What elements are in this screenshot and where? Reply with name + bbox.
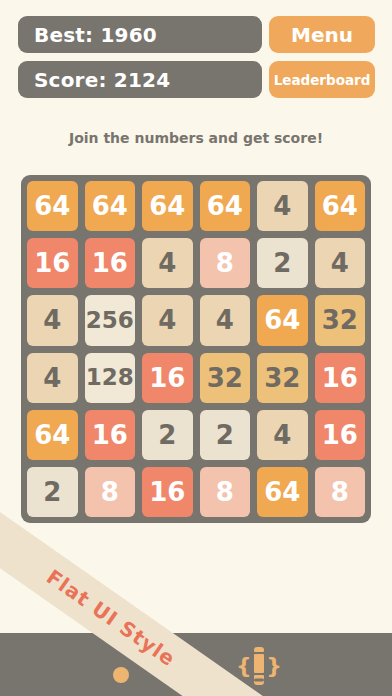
tile-2: 2: [142, 410, 193, 460]
tile-16: 16: [315, 353, 366, 403]
phone-screen: [254, 654, 265, 673]
game-board[interactable]: 6464646446416164824425644643241281632321…: [21, 175, 371, 523]
tile-8: 8: [85, 467, 136, 517]
tile-64: 64: [85, 181, 136, 231]
dot-icon: [113, 667, 129, 683]
tile-64: 64: [200, 181, 251, 231]
tile-2: 2: [257, 238, 308, 288]
tile-8: 8: [200, 467, 251, 517]
phone-bottom-bar: [254, 675, 265, 685]
tile-32: 32: [315, 295, 366, 345]
menu-button[interactable]: Menu: [269, 16, 375, 53]
tile-64: 64: [257, 295, 308, 345]
tile-8: 8: [315, 467, 366, 517]
tile-64: 64: [142, 181, 193, 231]
tile-64: 64: [315, 181, 366, 231]
tile-8: 8: [200, 238, 251, 288]
tile-128: 128: [85, 353, 136, 403]
instruction-text: Join the numbers and get score!: [0, 130, 392, 146]
tile-16: 16: [85, 410, 136, 460]
tile-4: 4: [27, 295, 78, 345]
current-score-label: Score: 2124: [34, 68, 170, 92]
tile-256: 256: [85, 295, 136, 345]
tile-16: 16: [142, 467, 193, 517]
tile-32: 32: [200, 353, 251, 403]
phone-home-slot: [254, 679, 264, 682]
tile-16: 16: [142, 353, 193, 403]
tile-4: 4: [257, 181, 308, 231]
phone-body: [254, 647, 265, 685]
tile-16: 16: [315, 410, 366, 460]
vibration-right-brace: }: [266, 655, 282, 677]
vibration-left-brace: {: [236, 655, 252, 677]
tile-16: 16: [27, 238, 78, 288]
tile-4: 4: [257, 410, 308, 460]
current-score-panel: Score: 2124: [18, 61, 262, 98]
vibrate-phone-icon[interactable]: { }: [236, 646, 282, 686]
tile-4: 4: [315, 238, 366, 288]
tile-4: 4: [200, 295, 251, 345]
best-score-label: Best: 1960: [34, 23, 157, 47]
tile-64: 64: [257, 467, 308, 517]
tile-16: 16: [85, 238, 136, 288]
tile-2: 2: [27, 467, 78, 517]
leaderboard-button[interactable]: Leaderboard: [269, 61, 375, 98]
tile-4: 4: [27, 353, 78, 403]
phone-top-bar: [254, 647, 265, 652]
tile-32: 32: [257, 353, 308, 403]
tile-64: 64: [27, 181, 78, 231]
tile-2: 2: [200, 410, 251, 460]
best-score-panel: Best: 1960: [18, 16, 262, 53]
tile-4: 4: [142, 238, 193, 288]
tile-4: 4: [142, 295, 193, 345]
tile-64: 64: [27, 410, 78, 460]
